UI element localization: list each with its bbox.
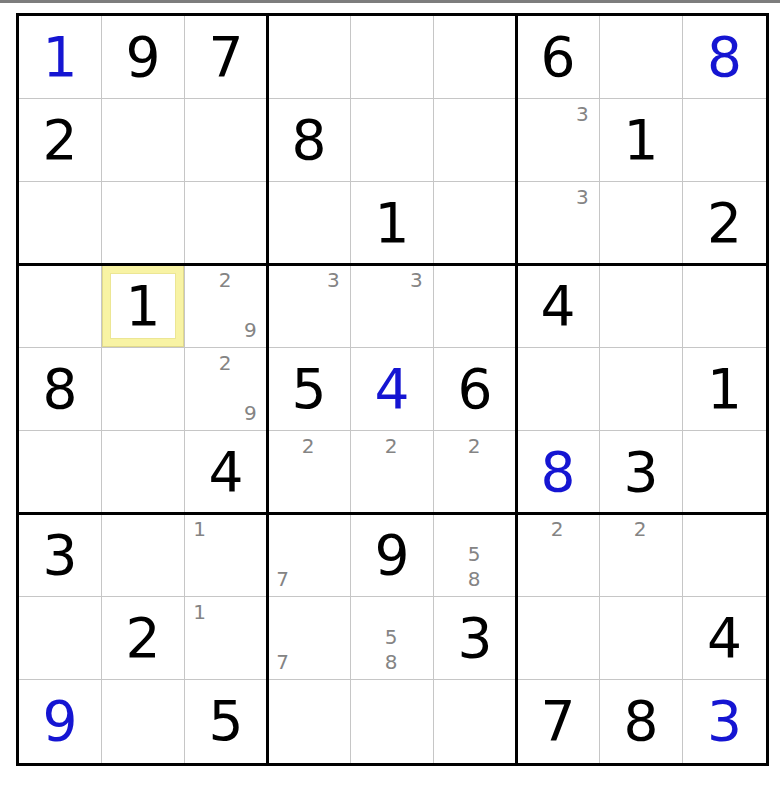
cell-r6c9[interactable] xyxy=(683,431,766,514)
candidate-grid: 3 xyxy=(517,182,599,264)
box-line-horizontal-1 xyxy=(18,263,767,266)
candidate-digit: 7 xyxy=(270,650,295,675)
cell-r2c7[interactable]: 3 xyxy=(517,99,600,182)
given-digit: 6 xyxy=(541,30,576,85)
cell-r6c6[interactable]: 2 xyxy=(434,431,517,514)
cell-r8c7[interactable] xyxy=(517,597,600,680)
given-digit: 3 xyxy=(43,528,78,583)
candidate-digit: 3 xyxy=(404,267,429,292)
given-digit: 1 xyxy=(375,196,410,251)
cell-r2c4[interactable]: 8 xyxy=(268,99,351,182)
candidate-grid: 2 xyxy=(434,431,516,513)
cell-r5c5[interactable]: 4 xyxy=(351,348,434,431)
cell-r7c9[interactable] xyxy=(683,514,766,597)
cell-r2c9[interactable] xyxy=(683,99,766,182)
cell-r1c9[interactable]: 8 xyxy=(683,16,766,99)
cell-r9c7[interactable]: 7 xyxy=(517,680,600,763)
given-digit: 4 xyxy=(209,445,244,500)
given-digit: 4 xyxy=(541,279,576,334)
cell-r5c9[interactable]: 1 xyxy=(683,348,766,431)
candidate-digit: 3 xyxy=(321,267,346,292)
cell-r4c8[interactable] xyxy=(600,265,683,348)
cell-r3c8[interactable] xyxy=(600,182,683,265)
candidate-digit: 9 xyxy=(238,401,263,426)
cell-r8c1[interactable] xyxy=(19,597,102,680)
cell-r4c1[interactable] xyxy=(19,265,102,348)
candidate-digit: 8 xyxy=(461,567,486,592)
cell-r6c3[interactable]: 4 xyxy=(185,431,268,514)
given-digit: 7 xyxy=(541,694,576,749)
cell-r1c3[interactable]: 7 xyxy=(185,16,268,99)
cell-r7c2[interactable] xyxy=(102,514,185,597)
cell-r2c5[interactable] xyxy=(351,99,434,182)
cell-r3c3[interactable] xyxy=(185,182,268,265)
cell-r1c4[interactable] xyxy=(268,16,351,99)
given-digit: 9 xyxy=(375,528,410,583)
cell-r4c7[interactable]: 4 xyxy=(517,265,600,348)
cell-r7c7[interactable]: 2 xyxy=(517,514,600,597)
entered-digit: 4 xyxy=(375,362,410,417)
given-digit: 3 xyxy=(624,445,659,500)
cell-r1c5[interactable] xyxy=(351,16,434,99)
cell-r6c8[interactable]: 3 xyxy=(600,431,683,514)
cell-r3c2[interactable] xyxy=(102,182,185,265)
given-digit: 8 xyxy=(43,362,78,417)
cell-r7c3[interactable]: 1 xyxy=(185,514,268,597)
box-line-vertical-2 xyxy=(515,15,518,764)
candidate-grid: 2 xyxy=(517,514,599,596)
cell-r7c5[interactable]: 9 xyxy=(351,514,434,597)
entered-digit: 8 xyxy=(541,445,576,500)
cell-r1c8[interactable] xyxy=(600,16,683,99)
entered-digit: 3 xyxy=(707,694,742,749)
cell-r3c1[interactable] xyxy=(19,182,102,265)
cell-r8c3[interactable]: 1 xyxy=(185,597,268,680)
candidate-grid: 3 xyxy=(351,265,433,347)
cell-r5c4[interactable]: 5 xyxy=(268,348,351,431)
given-digit: 8 xyxy=(292,113,327,168)
given-digit: 2 xyxy=(43,113,78,168)
cell-r3c7[interactable]: 3 xyxy=(517,182,600,265)
cell-r8c6[interactable]: 3 xyxy=(434,597,517,680)
candidate-grid: 29 xyxy=(185,265,267,347)
candidate-digit: 2 xyxy=(378,433,403,458)
cell-r9c9[interactable]: 3 xyxy=(683,680,766,763)
box-line-horizontal-2 xyxy=(18,512,767,515)
candidate-grid: 7 xyxy=(268,597,350,679)
given-digit: 4 xyxy=(707,611,742,666)
candidate-digit: 7 xyxy=(270,567,295,592)
cell-r7c6[interactable]: 58 xyxy=(434,514,517,597)
candidate-grid: 58 xyxy=(434,514,516,596)
cell-r7c1[interactable]: 3 xyxy=(19,514,102,597)
candidate-grid: 3 xyxy=(268,265,350,347)
cell-r3c5[interactable]: 1 xyxy=(351,182,434,265)
cell-r9c5[interactable] xyxy=(351,680,434,763)
cell-r8c2[interactable]: 2 xyxy=(102,597,185,680)
given-digit: 5 xyxy=(292,362,327,417)
given-digit: 2 xyxy=(126,611,161,666)
sudoku-board: 1976828311321293348295461422283317958222… xyxy=(16,13,769,766)
cell-r5c8[interactable] xyxy=(600,348,683,431)
candidate-digit: 2 xyxy=(295,433,320,458)
cell-r4c2[interactable]: 1 xyxy=(102,265,185,348)
cell-r2c3[interactable] xyxy=(185,99,268,182)
candidate-digit: 1 xyxy=(187,599,212,624)
candidate-digit: 2 xyxy=(627,516,652,541)
cell-r8c9[interactable]: 4 xyxy=(683,597,766,680)
given-digit: 2 xyxy=(707,196,742,251)
candidate-digit: 2 xyxy=(212,350,237,375)
candidate-digit: 1 xyxy=(187,516,212,541)
given-digit: 9 xyxy=(126,30,161,85)
cell-r1c7[interactable]: 6 xyxy=(517,16,600,99)
cell-r5c6[interactable]: 6 xyxy=(434,348,517,431)
cell-r1c2[interactable]: 9 xyxy=(102,16,185,99)
cell-r6c2[interactable] xyxy=(102,431,185,514)
candidate-grid: 58 xyxy=(351,597,433,679)
candidate-digit: 2 xyxy=(544,516,569,541)
cell-r2c8[interactable]: 1 xyxy=(600,99,683,182)
cell-r4c5[interactable]: 3 xyxy=(351,265,434,348)
candidate-digit: 3 xyxy=(570,101,595,126)
cell-r7c8[interactable]: 2 xyxy=(600,514,683,597)
candidate-digit: 3 xyxy=(570,184,595,209)
candidate-grid: 29 xyxy=(185,348,267,430)
cell-r2c1[interactable]: 2 xyxy=(19,99,102,182)
candidate-grid: 2 xyxy=(600,514,682,596)
cell-r4c3[interactable]: 29 xyxy=(185,265,268,348)
cell-r4c6[interactable] xyxy=(434,265,517,348)
cell-r2c2[interactable] xyxy=(102,99,185,182)
candidate-grid: 2 xyxy=(351,431,433,513)
cell-r1c1[interactable]: 1 xyxy=(19,16,102,99)
entered-digit: 1 xyxy=(43,30,78,85)
cell-r4c4[interactable]: 3 xyxy=(268,265,351,348)
cell-r8c4[interactable]: 7 xyxy=(268,597,351,680)
cell-r9c1[interactable]: 9 xyxy=(19,680,102,763)
cell-r3c9[interactable]: 2 xyxy=(683,182,766,265)
cell-r7c4[interactable]: 7 xyxy=(268,514,351,597)
candidate-grid: 3 xyxy=(517,99,599,181)
cell-r5c1[interactable]: 8 xyxy=(19,348,102,431)
cell-r6c7[interactable]: 8 xyxy=(517,431,600,514)
cell-r6c1[interactable] xyxy=(19,431,102,514)
cell-r3c4[interactable] xyxy=(268,182,351,265)
given-digit: 8 xyxy=(624,694,659,749)
candidate-digit: 8 xyxy=(378,650,403,675)
cell-r8c5[interactable]: 58 xyxy=(351,597,434,680)
entered-digit: 9 xyxy=(43,694,78,749)
cell-r9c3[interactable]: 5 xyxy=(185,680,268,763)
cell-r9c6[interactable] xyxy=(434,680,517,763)
given-digit: 6 xyxy=(458,362,493,417)
given-digit: 1 xyxy=(707,362,742,417)
given-digit: 3 xyxy=(458,611,493,666)
cell-r6c4[interactable]: 2 xyxy=(268,431,351,514)
candidate-digit: 5 xyxy=(461,541,486,566)
given-digit: 7 xyxy=(209,30,244,85)
entered-digit: 8 xyxy=(707,30,742,85)
candidate-grid: 1 xyxy=(185,514,267,596)
cell-r8c8[interactable] xyxy=(600,597,683,680)
cell-r9c8[interactable]: 8 xyxy=(600,680,683,763)
cell-r1c6[interactable] xyxy=(434,16,517,99)
candidate-grid: 2 xyxy=(268,431,350,513)
cell-r4c9[interactable] xyxy=(683,265,766,348)
cell-r5c7[interactable] xyxy=(517,348,600,431)
cell-r5c3[interactable]: 29 xyxy=(185,348,268,431)
candidate-digit: 2 xyxy=(461,433,486,458)
given-digit: 5 xyxy=(209,694,244,749)
candidate-grid: 1 xyxy=(185,597,267,679)
given-digit: 1 xyxy=(624,113,659,168)
cell-r9c4[interactable] xyxy=(268,680,351,763)
toolbar-bottom-edge xyxy=(0,0,780,3)
given-digit: 1 xyxy=(126,279,161,334)
cell-r9c2[interactable] xyxy=(102,680,185,763)
candidate-digit: 2 xyxy=(212,267,237,292)
box-line-vertical-1 xyxy=(266,15,269,764)
candidate-digit: 9 xyxy=(238,318,263,343)
cell-r3c6[interactable] xyxy=(434,182,517,265)
candidate-digit: 5 xyxy=(378,624,403,649)
cell-r2c6[interactable] xyxy=(434,99,517,182)
cell-r6c5[interactable]: 2 xyxy=(351,431,434,514)
cell-r5c2[interactable] xyxy=(102,348,185,431)
candidate-grid: 7 xyxy=(268,514,350,596)
